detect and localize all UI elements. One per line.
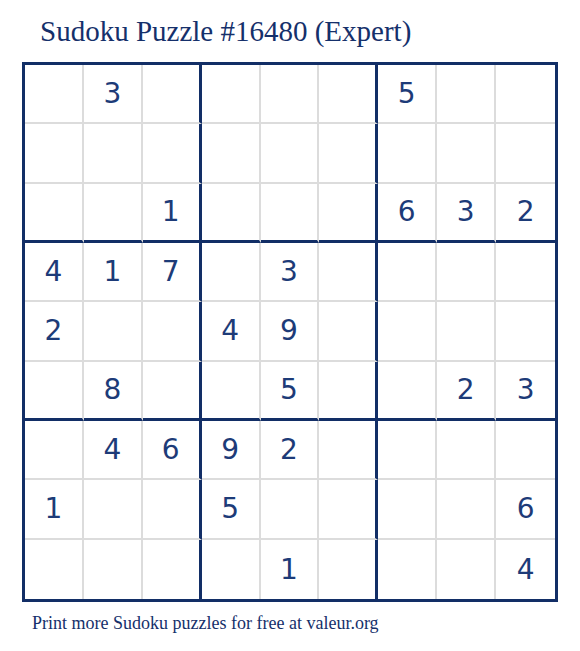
cell-r7c3[interactable]: 6 bbox=[143, 421, 202, 480]
cell-r2c8[interactable] bbox=[437, 124, 496, 183]
cell-r2c9[interactable] bbox=[496, 124, 555, 183]
cell-r7c2[interactable]: 4 bbox=[84, 421, 143, 480]
sudoku-grid: 35163241732498523469215614 bbox=[22, 62, 558, 602]
cell-r5c6[interactable] bbox=[319, 302, 378, 361]
cell-r5c2[interactable] bbox=[84, 302, 143, 361]
cell-r4c3[interactable]: 7 bbox=[143, 243, 202, 302]
cell-r7c5[interactable]: 2 bbox=[261, 421, 320, 480]
cell-r7c9[interactable] bbox=[496, 421, 555, 480]
cell-r8c9[interactable]: 6 bbox=[496, 480, 555, 539]
cell-r4c9[interactable] bbox=[496, 243, 555, 302]
cell-r9c1[interactable] bbox=[25, 540, 84, 599]
cell-r2c4[interactable] bbox=[202, 124, 261, 183]
cell-r8c1[interactable]: 1 bbox=[25, 480, 84, 539]
cell-r8c6[interactable] bbox=[319, 480, 378, 539]
cell-r4c6[interactable] bbox=[319, 243, 378, 302]
cell-r5c4[interactable]: 4 bbox=[202, 302, 261, 361]
cell-r3c8[interactable]: 3 bbox=[437, 184, 496, 243]
cell-r5c5[interactable]: 9 bbox=[261, 302, 320, 361]
cell-r4c5[interactable]: 3 bbox=[261, 243, 320, 302]
cell-r6c5[interactable]: 5 bbox=[261, 362, 320, 421]
cell-r5c8[interactable] bbox=[437, 302, 496, 361]
cell-r8c4[interactable]: 5 bbox=[202, 480, 261, 539]
cell-r8c7[interactable] bbox=[378, 480, 437, 539]
cell-r3c4[interactable] bbox=[202, 184, 261, 243]
cell-r9c6[interactable] bbox=[319, 540, 378, 599]
cell-r2c1[interactable] bbox=[25, 124, 84, 183]
cell-r7c7[interactable] bbox=[378, 421, 437, 480]
cell-r4c1[interactable]: 4 bbox=[25, 243, 84, 302]
cell-r2c2[interactable] bbox=[84, 124, 143, 183]
cell-r8c2[interactable] bbox=[84, 480, 143, 539]
cell-r7c8[interactable] bbox=[437, 421, 496, 480]
cell-r9c7[interactable] bbox=[378, 540, 437, 599]
cell-r9c5[interactable]: 1 bbox=[261, 540, 320, 599]
cell-r9c2[interactable] bbox=[84, 540, 143, 599]
cell-r1c1[interactable] bbox=[25, 65, 84, 124]
cell-r9c4[interactable] bbox=[202, 540, 261, 599]
cell-r7c4[interactable]: 9 bbox=[202, 421, 261, 480]
cell-r6c2[interactable]: 8 bbox=[84, 362, 143, 421]
cell-r1c9[interactable] bbox=[496, 65, 555, 124]
cell-r3c5[interactable] bbox=[261, 184, 320, 243]
cell-r1c7[interactable]: 5 bbox=[378, 65, 437, 124]
cell-r9c9[interactable]: 4 bbox=[496, 540, 555, 599]
cell-r4c8[interactable] bbox=[437, 243, 496, 302]
cell-r7c6[interactable] bbox=[319, 421, 378, 480]
cell-r3c9[interactable]: 2 bbox=[496, 184, 555, 243]
cell-r6c7[interactable] bbox=[378, 362, 437, 421]
cell-r1c4[interactable] bbox=[202, 65, 261, 124]
cell-r9c8[interactable] bbox=[437, 540, 496, 599]
puzzle-title: Sudoku Puzzle #16480 (Expert) bbox=[40, 15, 411, 48]
cell-r6c8[interactable]: 2 bbox=[437, 362, 496, 421]
footer-credit: Print more Sudoku puzzles for free at va… bbox=[32, 613, 379, 634]
cell-r5c9[interactable] bbox=[496, 302, 555, 361]
cell-r6c4[interactable] bbox=[202, 362, 261, 421]
cell-r3c6[interactable] bbox=[319, 184, 378, 243]
cell-r8c5[interactable] bbox=[261, 480, 320, 539]
cell-r3c7[interactable]: 6 bbox=[378, 184, 437, 243]
cell-r2c5[interactable] bbox=[261, 124, 320, 183]
cell-r2c6[interactable] bbox=[319, 124, 378, 183]
cell-r5c7[interactable] bbox=[378, 302, 437, 361]
cell-r4c2[interactable]: 1 bbox=[84, 243, 143, 302]
sudoku-page: { "game": "sudoku", "title": "Sudoku Puz… bbox=[0, 0, 580, 651]
cell-r3c2[interactable] bbox=[84, 184, 143, 243]
cell-r9c3[interactable] bbox=[143, 540, 202, 599]
cell-r6c3[interactable] bbox=[143, 362, 202, 421]
cell-r1c3[interactable] bbox=[143, 65, 202, 124]
cell-r6c9[interactable]: 3 bbox=[496, 362, 555, 421]
cell-r4c4[interactable] bbox=[202, 243, 261, 302]
cell-r5c3[interactable] bbox=[143, 302, 202, 361]
cell-r2c7[interactable] bbox=[378, 124, 437, 183]
cell-r5c1[interactable]: 2 bbox=[25, 302, 84, 361]
cell-r8c3[interactable] bbox=[143, 480, 202, 539]
cell-r1c5[interactable] bbox=[261, 65, 320, 124]
cell-r1c8[interactable] bbox=[437, 65, 496, 124]
cell-r3c3[interactable]: 1 bbox=[143, 184, 202, 243]
cell-r6c6[interactable] bbox=[319, 362, 378, 421]
cell-r8c8[interactable] bbox=[437, 480, 496, 539]
cell-r3c1[interactable] bbox=[25, 184, 84, 243]
cell-r2c3[interactable] bbox=[143, 124, 202, 183]
cell-r1c6[interactable] bbox=[319, 65, 378, 124]
cell-r7c1[interactable] bbox=[25, 421, 84, 480]
cell-r1c2[interactable]: 3 bbox=[84, 65, 143, 124]
cell-r6c1[interactable] bbox=[25, 362, 84, 421]
cell-r4c7[interactable] bbox=[378, 243, 437, 302]
